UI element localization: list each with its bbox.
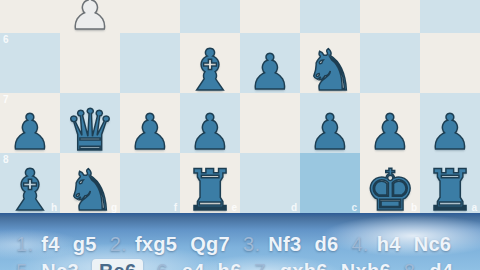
square-d6[interactable]: ♟	[240, 33, 300, 93]
move[interactable]: d6	[314, 233, 338, 256]
move-list-line-2: 5.Nc3Be66.e4h67.gxh6Nxh68.d4	[16, 259, 466, 270]
black-pawn[interactable]: ♟	[428, 108, 472, 153]
square-e6[interactable]: ♝	[180, 33, 240, 93]
black-pawn[interactable]: ♟	[308, 108, 352, 153]
move-number: 7.	[255, 260, 272, 270]
square-d8[interactable]: d	[240, 153, 300, 213]
square-e8[interactable]: e♜	[180, 153, 240, 213]
square-f5[interactable]	[120, 0, 180, 33]
square-c5[interactable]	[300, 0, 360, 33]
square-a8[interactable]: a♜	[420, 153, 480, 213]
square-c7[interactable]: ♟	[300, 93, 360, 153]
black-pawn[interactable]: ♟	[128, 108, 172, 153]
black-king[interactable]: ♚	[364, 162, 415, 213]
move-number: 6.	[156, 260, 173, 270]
current-move[interactable]: Be6	[92, 259, 144, 270]
move[interactable]: Nc3	[41, 260, 79, 270]
black-pawn[interactable]: ♟	[188, 108, 232, 153]
move[interactable]: Nxh6	[341, 260, 391, 270]
file-label-b: b	[411, 202, 417, 213]
black-rook[interactable]: ♜	[184, 162, 235, 213]
square-b7[interactable]: ♟	[360, 93, 420, 153]
file-label-a: a	[471, 202, 477, 213]
square-c6[interactable]: ♞	[300, 33, 360, 93]
square-c8[interactable]: c	[300, 153, 360, 213]
square-a5[interactable]	[420, 0, 480, 33]
black-knight[interactable]: ♞	[304, 42, 355, 93]
square-a7[interactable]: ♟	[420, 93, 480, 153]
black-pawn[interactable]: ♟	[8, 108, 52, 153]
move-list-line-1: 1.f4g52.fxg5Qg73.Nf3d64.h4Nc6	[16, 233, 464, 256]
move[interactable]: f4	[41, 233, 59, 256]
move[interactable]: h4	[377, 233, 401, 256]
black-pawn[interactable]: ♟	[368, 108, 412, 153]
rank-label-8: 8	[3, 154, 9, 165]
square-g5[interactable]: ♟	[60, 0, 120, 33]
move-number: 4.	[351, 233, 368, 256]
chess-board[interactable]: ♟6♝♟♞7♟♛♟♟♟♟♟8h♝g♞fe♜dcb♚a♜	[0, 0, 480, 213]
black-queen[interactable]: ♛	[64, 102, 115, 153]
black-bishop[interactable]: ♝	[4, 162, 55, 213]
square-e5[interactable]	[180, 0, 240, 33]
white-pawn[interactable]: ♟	[68, 0, 112, 33]
move[interactable]: d4	[429, 260, 453, 270]
black-rook[interactable]: ♜	[424, 162, 475, 213]
square-h8[interactable]: 8h♝	[0, 153, 60, 213]
square-d7[interactable]	[240, 93, 300, 153]
black-knight[interactable]: ♞	[64, 162, 115, 213]
rank-label-6: 6	[3, 34, 9, 45]
square-b8[interactable]: b♚	[360, 153, 420, 213]
move-number: 1.	[16, 233, 33, 256]
move[interactable]: Nf3	[268, 233, 301, 256]
square-b6[interactable]	[360, 33, 420, 93]
chess-app-screen: { "game": "chess", "variant": "chess960 …	[0, 0, 480, 270]
square-h7[interactable]: 7♟	[0, 93, 60, 153]
square-f7[interactable]: ♟	[120, 93, 180, 153]
rank-label-7: 7	[3, 94, 9, 105]
square-b5[interactable]	[360, 0, 420, 33]
move[interactable]: gxh6	[280, 260, 328, 270]
move-number: 2.	[110, 233, 127, 256]
square-g7[interactable]: ♛	[60, 93, 120, 153]
move-number: 8.	[404, 260, 421, 270]
square-h5[interactable]	[0, 0, 60, 33]
file-label-d: d	[291, 202, 297, 213]
square-a6[interactable]	[420, 33, 480, 93]
square-d5[interactable]	[240, 0, 300, 33]
square-h6[interactable]: 6	[0, 33, 60, 93]
file-label-c: c	[351, 202, 357, 213]
move[interactable]: e4	[182, 260, 205, 270]
move-list-bar: 1.f4g52.fxg5Qg73.Nf3d64.h4Nc6 5.Nc3Be66.…	[0, 213, 480, 270]
file-label-e: e	[231, 202, 237, 213]
move[interactable]: Qg7	[190, 233, 230, 256]
square-f6[interactable]	[120, 33, 180, 93]
move[interactable]: fxg5	[135, 233, 177, 256]
move[interactable]: Nc6	[414, 233, 452, 256]
move-number: 3.	[243, 233, 260, 256]
file-label-h: h	[51, 202, 57, 213]
move[interactable]: h6	[218, 260, 242, 270]
file-label-g: g	[111, 202, 117, 213]
square-f8[interactable]: f	[120, 153, 180, 213]
file-label-f: f	[174, 202, 177, 213]
move[interactable]: g5	[73, 233, 97, 256]
black-pawn[interactable]: ♟	[248, 48, 292, 93]
black-bishop[interactable]: ♝	[184, 42, 235, 93]
square-g8[interactable]: g♞	[60, 153, 120, 213]
square-e7[interactable]: ♟	[180, 93, 240, 153]
move-number: 5.	[16, 260, 33, 270]
square-g6[interactable]	[60, 33, 120, 93]
